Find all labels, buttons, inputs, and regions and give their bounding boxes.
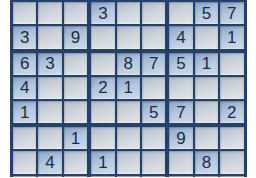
cell-r7c6[interactable]: [142, 127, 165, 149]
cell-r7c7[interactable]: 9: [169, 127, 192, 149]
cell-r8c7[interactable]: [169, 151, 192, 173]
cell-r4c1[interactable]: 6: [13, 53, 36, 75]
cell-r3c7[interactable]: 4: [169, 26, 192, 48]
cell-r3c2[interactable]: [38, 26, 61, 48]
cell-r8c9[interactable]: [220, 151, 243, 173]
cell-r8c2[interactable]: 4: [38, 151, 61, 173]
cell-r9c3[interactable]: [64, 176, 87, 178]
cell-r5c2[interactable]: [38, 77, 61, 99]
cell-r7c1[interactable]: [13, 127, 36, 149]
cell-r9c9[interactable]: [220, 176, 243, 178]
cell-r8c1[interactable]: [13, 151, 36, 173]
cell-r7c5[interactable]: [117, 127, 140, 149]
cell-r6c6[interactable]: 5: [142, 101, 165, 123]
cell-r4c2[interactable]: 3: [38, 53, 61, 75]
cell-r2c8[interactable]: 5: [195, 2, 218, 24]
cell-r6c8[interactable]: [195, 101, 218, 123]
cell-r9c1[interactable]: [13, 176, 36, 178]
cell-r7c3[interactable]: 1: [64, 127, 87, 149]
cell-r9c5[interactable]: [117, 176, 140, 178]
cell-r4c9[interactable]: [220, 53, 243, 75]
cell-r2c2[interactable]: [38, 2, 61, 24]
cell-r4c7[interactable]: 5: [169, 53, 192, 75]
cell-r6c2[interactable]: [38, 101, 61, 123]
cell-r3c3[interactable]: 9: [64, 26, 87, 48]
cell-r2c5[interactable]: [117, 2, 140, 24]
cell-r5c4[interactable]: 2: [91, 77, 114, 99]
cell-r7c8[interactable]: [195, 127, 218, 149]
sudoku-app-viewport: 3573941638751421157219418: [0, 0, 256, 177]
cell-r3c5[interactable]: [117, 26, 140, 48]
cell-r7c4[interactable]: [91, 127, 114, 149]
cell-r6c7[interactable]: 7: [169, 101, 192, 123]
cell-r6c4[interactable]: [91, 101, 114, 123]
cell-r4c8[interactable]: 1: [195, 53, 218, 75]
cell-r4c6[interactable]: 7: [142, 53, 165, 75]
cell-r5c1[interactable]: 4: [13, 77, 36, 99]
cell-r9c8[interactable]: [195, 176, 218, 178]
cell-r5c6[interactable]: [142, 77, 165, 99]
cell-r4c3[interactable]: [64, 53, 87, 75]
cell-r4c4[interactable]: [91, 53, 114, 75]
cell-r2c6[interactable]: [142, 2, 165, 24]
cell-r9c2[interactable]: [38, 176, 61, 178]
cell-r2c4[interactable]: 3: [91, 2, 114, 24]
cell-r5c5[interactable]: 1: [117, 77, 140, 99]
cell-r6c1[interactable]: 1: [13, 101, 36, 123]
cell-r6c9[interactable]: 2: [220, 101, 243, 123]
cell-r8c3[interactable]: [64, 151, 87, 173]
cell-r3c8[interactable]: [195, 26, 218, 48]
cell-r2c9[interactable]: 7: [220, 2, 243, 24]
cell-r5c7[interactable]: [169, 77, 192, 99]
cell-r8c4[interactable]: 1: [91, 151, 114, 173]
cell-r3c6[interactable]: [142, 26, 165, 48]
cell-r5c9[interactable]: [220, 77, 243, 99]
cell-r2c7[interactable]: [169, 2, 192, 24]
cell-r9c7[interactable]: [169, 176, 192, 178]
cell-r3c9[interactable]: 1: [220, 26, 243, 48]
cell-r8c6[interactable]: [142, 151, 165, 173]
cell-r3c4[interactable]: [91, 26, 114, 48]
sudoku-board: 3573941638751421157219418: [10, 0, 247, 177]
cell-r3c1[interactable]: 3: [13, 26, 36, 48]
cell-r5c8[interactable]: [195, 77, 218, 99]
cell-r8c5[interactable]: [117, 151, 140, 173]
cell-r9c6[interactable]: [142, 176, 165, 178]
cell-r7c2[interactable]: [38, 127, 61, 149]
cell-r4c5[interactable]: 8: [117, 53, 140, 75]
cell-r2c3[interactable]: [64, 2, 87, 24]
cell-r5c3[interactable]: [64, 77, 87, 99]
cell-r9c4[interactable]: [91, 176, 114, 178]
cell-r7c9[interactable]: [220, 127, 243, 149]
cell-r8c8[interactable]: 8: [195, 151, 218, 173]
cell-r2c1[interactable]: [13, 2, 36, 24]
cell-r6c3[interactable]: [64, 101, 87, 123]
cell-r6c5[interactable]: [117, 101, 140, 123]
